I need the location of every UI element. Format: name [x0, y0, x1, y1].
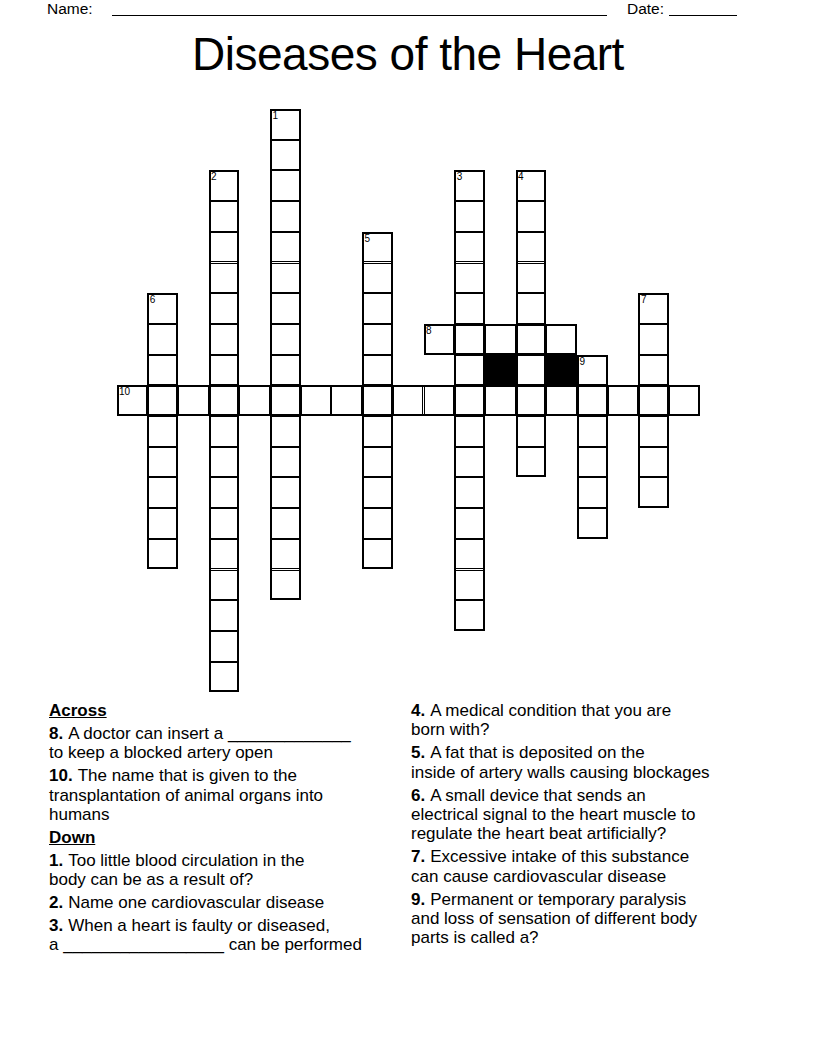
cell-r7c3[interactable] — [209, 324, 240, 355]
cell-r8c1[interactable] — [147, 355, 178, 386]
cell-r12c1[interactable] — [147, 477, 178, 508]
cell-r15c11[interactable] — [454, 570, 485, 601]
cell-r13c11[interactable] — [454, 508, 485, 539]
cell-r2c13[interactable] — [516, 170, 547, 201]
cell-r9c9[interactable] — [393, 385, 424, 416]
cell-r8c11[interactable] — [454, 355, 485, 386]
cell-r16c11[interactable] — [454, 600, 485, 631]
clue-down-2: 2.Name one cardiovascular disease — [49, 893, 401, 912]
cell-r3c3[interactable] — [209, 201, 240, 232]
cell-r11c8[interactable] — [362, 447, 393, 478]
cell-r4c11[interactable] — [454, 232, 485, 263]
cell-r2c5[interactable] — [270, 170, 301, 201]
clue-across-8: 8.A doctor can insert a _____________ to… — [49, 724, 401, 763]
cell-r14c11[interactable] — [454, 539, 485, 570]
cell-r5c8[interactable] — [362, 263, 393, 294]
cell-r7c11[interactable] — [454, 324, 485, 355]
cell-r10c5[interactable] — [270, 416, 301, 447]
cell-r11c1[interactable] — [147, 447, 178, 478]
cell-r6c5[interactable] — [270, 293, 301, 324]
cell-r5c13[interactable] — [516, 263, 547, 294]
crossword-grid: 12345678910 — [117, 109, 701, 693]
cell-r14c3[interactable] — [209, 539, 240, 570]
cell-r6c17[interactable] — [638, 293, 669, 324]
cell-r10c8[interactable] — [362, 416, 393, 447]
cell-r11c3[interactable] — [209, 447, 240, 478]
cell-r10c3[interactable] — [209, 416, 240, 447]
clues-right-column: 4.A medical condition that you are born … — [411, 701, 807, 951]
cell-r15c3[interactable] — [209, 570, 240, 601]
cell-r11c13[interactable] — [516, 447, 547, 478]
cell-r4c13[interactable] — [516, 232, 547, 263]
cell-r9c3[interactable] — [209, 385, 240, 416]
cell-r9c4[interactable] — [239, 385, 270, 416]
cell-r9c10[interactable] — [424, 385, 455, 416]
cell-r3c13[interactable] — [516, 201, 547, 232]
cell-r7c8[interactable] — [362, 324, 393, 355]
date-underline[interactable] — [669, 0, 737, 16]
cell-r11c5[interactable] — [270, 447, 301, 478]
down-heading: Down — [49, 828, 401, 847]
clue-down-9: 9.Permanent or temporary paralysis and l… — [411, 890, 807, 948]
name-underline[interactable] — [112, 0, 607, 16]
cell-r10c15[interactable] — [577, 416, 608, 447]
cell-r7c1[interactable] — [147, 324, 178, 355]
cell-r10c13[interactable] — [516, 416, 547, 447]
cell-r4c3[interactable] — [209, 232, 240, 263]
cell-r9c8[interactable] — [362, 385, 393, 416]
cell-r6c11[interactable] — [454, 293, 485, 324]
cell-r8c3[interactable] — [209, 355, 240, 386]
clues-left-column: Across 8.A doctor can insert a _________… — [49, 701, 401, 958]
cell-r10c17[interactable] — [638, 416, 669, 447]
cell-r6c8[interactable] — [362, 293, 393, 324]
black-cell-r8c12 — [485, 355, 516, 386]
clue-down-5: 5.A fat that is deposited on the inside … — [411, 743, 807, 782]
clue-down-4: 4.A medical condition that you are born … — [411, 701, 807, 740]
cell-r13c15[interactable] — [577, 508, 608, 539]
cell-r5c5[interactable] — [270, 263, 301, 294]
cell-r10c11[interactable] — [454, 416, 485, 447]
cell-r9c2[interactable] — [178, 385, 209, 416]
page-title: Diseases of the Heart — [0, 26, 816, 82]
cell-r14c1[interactable] — [147, 539, 178, 570]
cell-r4c5[interactable] — [270, 232, 301, 263]
cell-r3c5[interactable] — [270, 201, 301, 232]
cell-r2c3[interactable] — [209, 170, 240, 201]
cell-r9c12[interactable] — [485, 385, 516, 416]
cell-r7c10[interactable] — [424, 324, 455, 355]
cell-r6c1[interactable] — [147, 293, 178, 324]
cell-r12c5[interactable] — [270, 477, 301, 508]
cell-r14c5[interactable] — [270, 539, 301, 570]
cell-r12c11[interactable] — [454, 477, 485, 508]
cell-r13c1[interactable] — [147, 508, 178, 539]
cell-r7c12[interactable] — [485, 324, 516, 355]
cell-r8c15[interactable] — [577, 355, 608, 386]
cell-r8c5[interactable] — [270, 355, 301, 386]
cell-r9c11[interactable] — [454, 385, 485, 416]
cell-r13c3[interactable] — [209, 508, 240, 539]
cell-r6c3[interactable] — [209, 293, 240, 324]
clue-across-10: 10.The name that is given to the transpl… — [49, 766, 401, 824]
cell-r13c5[interactable] — [270, 508, 301, 539]
cell-r9c15[interactable] — [577, 385, 608, 416]
black-cell-r8c14 — [546, 355, 577, 386]
cell-r11c17[interactable] — [638, 447, 669, 478]
cell-r4c8[interactable] — [362, 232, 393, 263]
cell-r7c14[interactable] — [546, 324, 577, 355]
cell-r9c6[interactable] — [301, 385, 332, 416]
cell-r14c8[interactable] — [362, 539, 393, 570]
date-label: Date: — [627, 0, 664, 17]
cell-r5c3[interactable] — [209, 263, 240, 294]
cell-r12c17[interactable] — [638, 477, 669, 508]
cell-r9c14[interactable] — [546, 385, 577, 416]
cell-r5c11[interactable] — [454, 263, 485, 294]
clue-down-1: 1.Too little blood circulation in the bo… — [49, 851, 401, 890]
cell-r15c5[interactable] — [270, 570, 301, 601]
across-heading: Across — [49, 701, 401, 720]
cell-r9c5[interactable] — [270, 385, 301, 416]
cell-r7c17[interactable] — [638, 324, 669, 355]
cell-r7c13[interactable] — [516, 324, 547, 355]
cell-r0c5[interactable] — [270, 109, 301, 140]
cell-r12c15[interactable] — [577, 477, 608, 508]
cell-r9c1[interactable] — [147, 385, 178, 416]
cell-r1c5[interactable] — [270, 140, 301, 171]
cell-r6c13[interactable] — [516, 293, 547, 324]
clue-down-7: 7.Excessive intake of this substance can… — [411, 847, 807, 886]
cell-r2c11[interactable] — [454, 170, 485, 201]
cell-r9c0[interactable] — [117, 385, 148, 416]
clue-down-3: 3.When a heart is faulty or diseased, a … — [49, 916, 401, 955]
cell-r8c17[interactable] — [638, 355, 669, 386]
cell-r18c3[interactable] — [209, 662, 240, 693]
cell-r9c18[interactable] — [669, 385, 700, 416]
cell-r11c11[interactable] — [454, 447, 485, 478]
name-label: Name: — [47, 0, 93, 17]
clue-down-6: 6.A small device that sends an electrica… — [411, 786, 807, 844]
cell-r9c16[interactable] — [608, 385, 639, 416]
cell-r7c5[interactable] — [270, 324, 301, 355]
cell-r8c8[interactable] — [362, 355, 393, 386]
cell-r16c3[interactable] — [209, 600, 240, 631]
cell-r9c17[interactable] — [638, 385, 669, 416]
cell-r9c7[interactable] — [331, 385, 362, 416]
cell-r11c15[interactable] — [577, 447, 608, 478]
cell-r3c11[interactable] — [454, 201, 485, 232]
cell-r10c1[interactable] — [147, 416, 178, 447]
cell-r9c13[interactable] — [516, 385, 547, 416]
cell-r8c13[interactable] — [516, 355, 547, 386]
cell-r12c3[interactable] — [209, 477, 240, 508]
cell-r12c8[interactable] — [362, 477, 393, 508]
cell-r17c3[interactable] — [209, 631, 240, 662]
cell-r13c8[interactable] — [362, 508, 393, 539]
